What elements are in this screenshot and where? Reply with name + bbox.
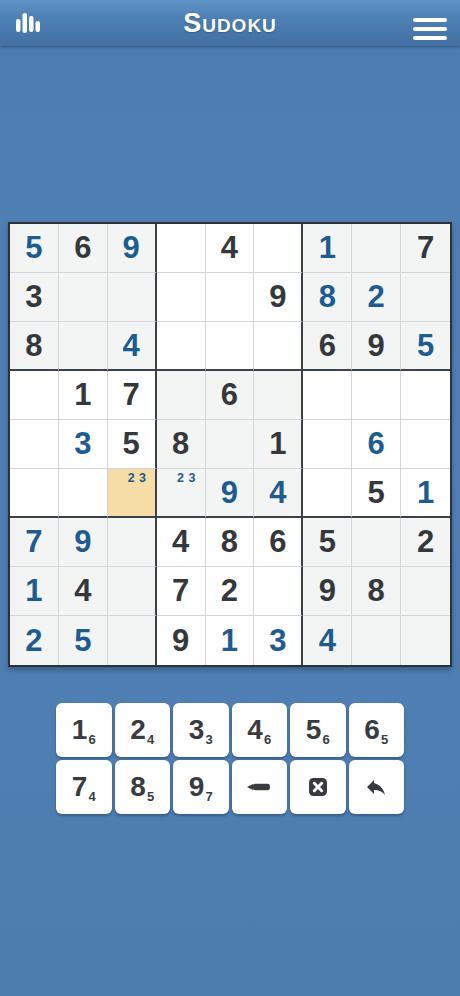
remaining-count: 6 [322,732,329,747]
cell-r6c3[interactable]: 23 [108,469,157,518]
cell-r7c9[interactable]: 2 [401,518,450,567]
remaining-count: 6 [88,732,95,747]
cell-r9c1[interactable]: 2 [10,616,59,665]
given-digit: 8 [221,524,238,560]
cell-r9c9[interactable] [401,616,450,665]
cell-r8c7[interactable]: 9 [303,567,352,616]
key-digit: 4 [247,716,263,744]
cell-r6c7[interactable] [303,469,352,518]
cell-r7c4[interactable]: 4 [157,518,206,567]
cell-r1c4[interactable] [157,224,206,273]
cell-r3c8[interactable]: 9 [352,322,401,371]
cell-r1c9[interactable]: 7 [401,224,450,273]
cell-r6c9[interactable]: 1 [401,469,450,518]
cell-r2c6[interactable]: 9 [254,273,303,322]
user-digit: 1 [417,475,434,511]
cell-r7c5[interactable]: 8 [206,518,255,567]
given-digit: 9 [269,279,286,315]
remaining-count: 5 [147,789,154,804]
cell-r3c2[interactable] [59,322,108,371]
cell-r5c2[interactable]: 3 [59,420,108,469]
user-digit: 7 [25,524,42,560]
number-pad: 162433465665748597 [56,703,404,814]
user-digit: 9 [123,230,140,266]
user-digit: 4 [123,328,140,364]
cell-r6c1[interactable] [10,469,59,518]
cell-r2c2[interactable] [59,273,108,322]
cell-r8c8[interactable]: 8 [352,567,401,616]
given-digit: 4 [74,573,91,609]
given-digit: 8 [25,328,42,364]
hamburger-menu-icon [413,18,447,40]
cell-r4c8[interactable] [352,371,401,420]
cell-r3c4[interactable] [157,322,206,371]
user-digit: 4 [319,623,336,659]
cell-r9c4[interactable]: 9 [157,616,206,665]
given-digit: 2 [221,573,238,609]
key-digit: 8 [130,773,146,801]
cell-r5c7[interactable] [303,420,352,469]
cell-r1c7[interactable]: 1 [303,224,352,273]
cell-r1c2[interactable]: 6 [59,224,108,273]
cell-r4c1[interactable] [10,371,59,420]
cell-r5c9[interactable] [401,420,450,469]
cell-r4c7[interactable] [303,371,352,420]
pencil-button[interactable] [232,760,288,814]
cell-r3c7[interactable]: 6 [303,322,352,371]
cell-r1c6[interactable] [254,224,303,273]
cell-r8c5[interactable]: 2 [206,567,255,616]
cell-r7c8[interactable] [352,518,401,567]
given-digit: 6 [74,230,91,266]
user-digit: 1 [319,230,336,266]
pencil-marks: 23 [114,471,148,512]
given-digit: 9 [319,573,336,609]
cell-r9c5[interactable]: 1 [206,616,255,665]
cell-r4c5[interactable]: 6 [206,371,255,420]
cell-r4c9[interactable] [401,371,450,420]
key-3[interactable]: 33 [173,703,229,757]
cell-r5c6[interactable]: 1 [254,420,303,469]
cell-r2c7[interactable]: 8 [303,273,352,322]
erase-button[interactable] [290,760,346,814]
pencil-icon [244,775,274,799]
user-digit: 9 [74,524,91,560]
cell-r9c3[interactable] [108,616,157,665]
key-2[interactable]: 24 [115,703,171,757]
cell-r1c5[interactable]: 4 [206,224,255,273]
user-digit: 3 [269,623,286,659]
undo-button[interactable] [349,760,405,814]
cell-r5c8[interactable]: 6 [352,420,401,469]
cell-r8c6[interactable] [254,567,303,616]
remaining-count: 6 [264,732,271,747]
cell-r6c6[interactable]: 4 [254,469,303,518]
cell-r9c2[interactable]: 5 [59,616,108,665]
user-digit: 1 [221,623,238,659]
remaining-count: 7 [205,789,212,804]
given-digit: 5 [319,524,336,560]
cell-r8c3[interactable] [108,567,157,616]
cell-r4c4[interactable] [157,371,206,420]
given-digit: 7 [172,573,189,609]
cell-r8c2[interactable]: 4 [59,567,108,616]
key-5[interactable]: 56 [290,703,346,757]
remaining-count: 4 [147,732,154,747]
remaining-count: 5 [381,732,388,747]
given-digit: 7 [417,230,434,266]
key-digit: 9 [189,773,205,801]
key-digit: 5 [306,716,322,744]
undo-icon [363,775,389,799]
user-digit: 5 [25,230,42,266]
cell-r9c7[interactable]: 4 [303,616,352,665]
user-digit: 5 [74,623,91,659]
given-digit: 6 [221,377,238,413]
user-digit: 9 [221,475,238,511]
cell-r8c9[interactable] [401,567,450,616]
user-digit: 2 [25,623,42,659]
cell-r3c6[interactable] [254,322,303,371]
remaining-count: 3 [205,732,212,747]
given-digit: 4 [172,524,189,560]
key-digit: 7 [72,773,88,801]
key-6[interactable]: 65 [349,703,405,757]
cell-r2c4[interactable] [157,273,206,322]
key-digit: 3 [189,716,205,744]
cell-r9c8[interactable] [352,616,401,665]
cell-r5c4[interactable]: 8 [157,420,206,469]
cell-r3c1[interactable]: 8 [10,322,59,371]
user-digit: 6 [368,426,385,462]
key-8[interactable]: 85 [115,760,171,814]
key-digit: 6 [364,716,380,744]
cell-r6c8[interactable]: 5 [352,469,401,518]
cell-r2c5[interactable] [206,273,255,322]
key-7[interactable]: 74 [56,760,112,814]
user-digit: 1 [25,573,42,609]
cell-r6c4[interactable]: 23 [157,469,206,518]
cell-r8c1[interactable]: 1 [10,567,59,616]
remaining-count: 4 [88,789,95,804]
cell-r5c3[interactable]: 5 [108,420,157,469]
given-digit: 9 [368,328,385,364]
stats-bars-icon [13,10,41,36]
given-digit: 6 [319,328,336,364]
user-digit: 4 [269,475,286,511]
cell-r4c2[interactable]: 1 [59,371,108,420]
cell-r7c7[interactable]: 5 [303,518,352,567]
cell-r1c3[interactable]: 9 [108,224,157,273]
key-digit: 2 [130,716,146,744]
page-title: Sudoku [0,8,460,39]
pencil-marks: 23 [163,471,197,512]
given-digit: 7 [123,377,140,413]
user-digit: 3 [74,426,91,462]
given-digit: 2 [417,524,434,560]
cell-r8c4[interactable]: 7 [157,567,206,616]
key-9[interactable]: 97 [173,760,229,814]
cell-r3c9[interactable]: 5 [401,322,450,371]
given-digit: 8 [172,426,189,462]
user-digit: 8 [319,279,336,315]
cell-r7c3[interactable] [108,518,157,567]
cell-r6c5[interactable]: 9 [206,469,255,518]
cell-r7c6[interactable]: 6 [254,518,303,567]
cell-r5c5[interactable] [206,420,255,469]
erase-icon [306,775,330,799]
menu-button[interactable] [407,6,447,40]
cell-r7c1[interactable]: 7 [10,518,59,567]
key-4[interactable]: 46 [232,703,288,757]
cell-r2c3[interactable] [108,273,157,322]
given-digit: 6 [269,524,286,560]
given-digit: 5 [368,475,385,511]
cell-r2c8[interactable]: 2 [352,273,401,322]
header: Sudoku [0,0,460,46]
cell-r6c2[interactable] [59,469,108,518]
cell-r2c9[interactable] [401,273,450,322]
given-digit: 1 [74,377,91,413]
key-1[interactable]: 16 [56,703,112,757]
cell-r4c3[interactable]: 7 [108,371,157,420]
cell-r3c5[interactable] [206,322,255,371]
given-digit: 4 [221,230,238,266]
cell-r4c6[interactable] [254,371,303,420]
given-digit: 9 [172,623,189,659]
given-digit: 5 [123,426,140,462]
key-digit: 1 [72,716,88,744]
given-digit: 3 [25,279,42,315]
cell-r5c1[interactable] [10,420,59,469]
sudoku-board: 5694173982846951763581623239451794865214… [8,222,452,667]
cell-r7c2[interactable]: 9 [59,518,108,567]
user-digit: 2 [368,279,385,315]
cell-r9c6[interactable]: 3 [254,616,303,665]
cell-r2c1[interactable]: 3 [10,273,59,322]
given-digit: 1 [269,426,286,462]
given-digit: 8 [368,573,385,609]
user-digit: 5 [417,328,434,364]
stats-button[interactable] [13,6,53,40]
cell-r1c8[interactable] [352,224,401,273]
cell-r1c1[interactable]: 5 [10,224,59,273]
cell-r3c3[interactable]: 4 [108,322,157,371]
